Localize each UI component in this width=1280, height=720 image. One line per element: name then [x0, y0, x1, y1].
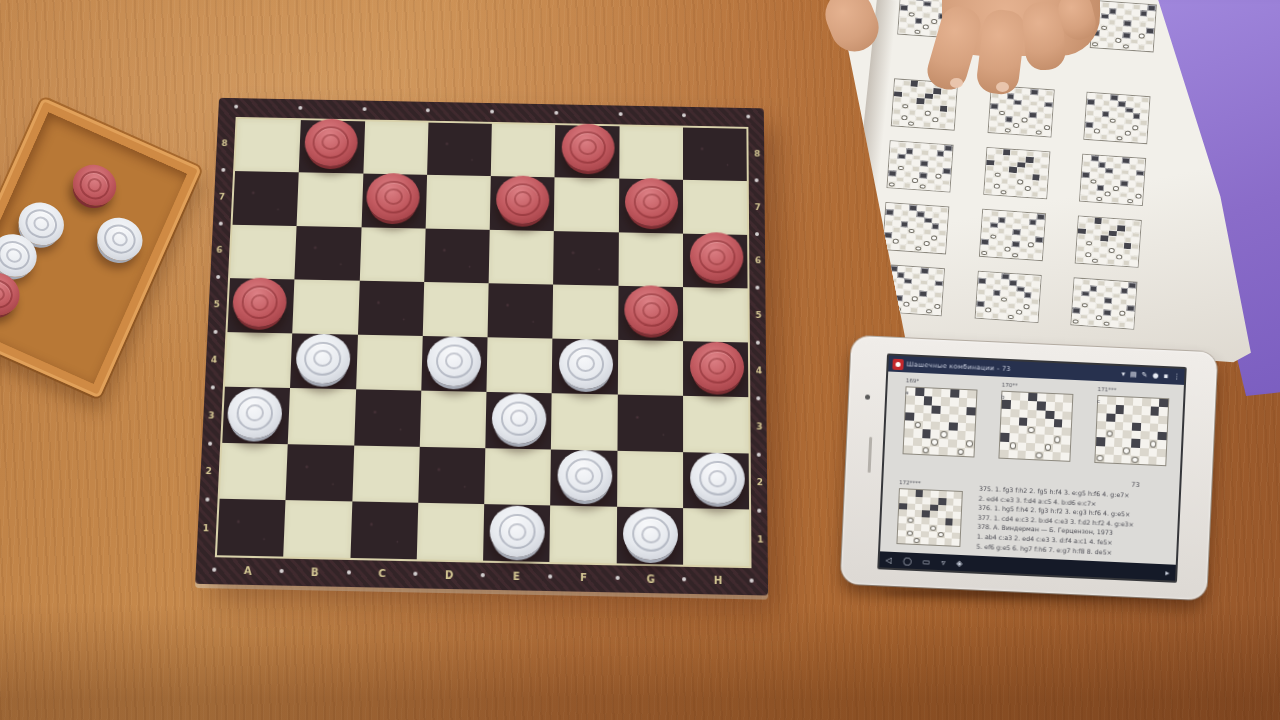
- rank-label: 8: [217, 117, 233, 170]
- rank-label: 1: [198, 500, 215, 558]
- border-pearl-dot: [346, 570, 350, 574]
- red-checker-a5: [232, 277, 288, 327]
- piece-layer: [215, 117, 752, 568]
- rank-label: 3: [203, 387, 220, 443]
- pages-icon[interactable]: ▤: [1130, 370, 1137, 378]
- mini-checkers-diagram: [983, 147, 1050, 199]
- rank-label: 7: [751, 180, 765, 234]
- nav-icons: ◁◯▭▿◈: [885, 555, 962, 567]
- file-label: C: [348, 563, 416, 585]
- rank-label: 4: [206, 332, 223, 388]
- mini-checkers-diagram: [998, 391, 1073, 462]
- rank-label: 7: [214, 170, 230, 224]
- bezel-speaker-slit: [868, 437, 873, 473]
- mini-checkers-diagram: [1070, 277, 1137, 329]
- red-checker-h6: [690, 232, 744, 282]
- checkers-app-icon[interactable]: [892, 358, 903, 369]
- rank-label: 4: [752, 343, 766, 399]
- mini-checkers-diagram: [896, 488, 962, 547]
- white-checker-b4: [295, 333, 351, 384]
- brightness-icon[interactable]: ●: [1152, 372, 1158, 380]
- rank-label: 6: [211, 223, 227, 277]
- red-checker-f8: [561, 123, 614, 171]
- red-checker-g5: [625, 285, 679, 335]
- piece-box: [0, 98, 202, 399]
- border-pearl-dot: [211, 385, 215, 389]
- file-label: D: [415, 564, 483, 586]
- mini-checkers-diagram: [886, 140, 953, 192]
- checkers-board: ABCDEFGH 87654321 87654321: [195, 98, 768, 596]
- file-label: H: [684, 570, 751, 592]
- front-camera-dot: [865, 394, 870, 399]
- mini-checkers-diagram: [1079, 154, 1146, 206]
- edit-icon[interactable]: ✎: [1141, 371, 1147, 379]
- spare-red-checker: [66, 158, 122, 212]
- white-checker-e1: [489, 505, 545, 558]
- red-checker-g7: [625, 177, 678, 226]
- red-checker-b8: [304, 118, 358, 166]
- tablet: Шашечные комбинации - 73 ▾▤✎●▪⋮ 169*a170…: [841, 336, 1218, 600]
- border-pearl-dot: [426, 108, 430, 112]
- red-checker-e7: [496, 175, 550, 224]
- tablet-screen: Шашечные комбинации - 73 ▾▤✎●▪⋮ 169*a170…: [877, 353, 1186, 582]
- child-hand: [900, 0, 1110, 130]
- menu-down-icon[interactable]: ▾: [1121, 370, 1125, 378]
- toolbar-icons: ▾▤✎●▪⋮: [1121, 370, 1180, 381]
- nav-right-icon[interactable]: ▸: [1165, 568, 1169, 577]
- fingernail: [996, 82, 1009, 92]
- mini-checkers-diagram: [1094, 395, 1169, 466]
- file-label: A: [214, 560, 282, 582]
- mini-checkers-diagram: [902, 386, 977, 457]
- app-title: Шашечные комбинации - 73: [906, 360, 1118, 378]
- mini-checkers-diagram: [975, 271, 1042, 323]
- speaker-icon[interactable]: ◈: [956, 558, 963, 567]
- border-pearl-dot: [208, 441, 212, 445]
- rank-label: 1: [753, 511, 768, 569]
- border-pearl-dot: [234, 105, 238, 109]
- red-checker-h4: [690, 341, 744, 392]
- red-checker-c7: [366, 172, 420, 221]
- rank-label: 2: [200, 443, 217, 500]
- border-pearl-dot: [755, 178, 759, 182]
- border-pearl-dot: [279, 569, 283, 573]
- mini-checkers-diagram: [882, 202, 949, 254]
- border-pearl-dot: [298, 106, 302, 110]
- page-number: 73: [1131, 481, 1140, 489]
- border-pearl-dot: [757, 452, 761, 456]
- bookmark-icon[interactable]: ▪: [1163, 372, 1168, 380]
- border-pearl-dot: [221, 168, 225, 172]
- white-checker-h2: [690, 453, 745, 505]
- border-pearl-dot: [618, 112, 622, 116]
- border-pearl-dot: [548, 574, 552, 578]
- border-pearl-dot: [756, 396, 760, 400]
- file-label: F: [550, 567, 617, 589]
- volume-down-icon[interactable]: ▿: [941, 558, 945, 567]
- rank-labels-right: 87654321: [750, 127, 768, 569]
- border-pearl-dot: [756, 341, 760, 345]
- rank-label: 6: [751, 234, 765, 288]
- rank-label: 8: [750, 127, 764, 180]
- file-label: B: [281, 562, 349, 584]
- notation-text: 375. 1. fg3 f:h2 2. fg5 h:f4 3. e:g5 h:f…: [976, 484, 1173, 560]
- border-pearl-dot: [750, 578, 754, 582]
- file-label: G: [617, 569, 684, 591]
- rank-label: 5: [751, 288, 765, 343]
- white-checker-e3: [491, 393, 546, 444]
- rank-label: 5: [209, 277, 226, 332]
- border-pearl-dot: [615, 576, 619, 580]
- mini-checkers-diagram: [979, 209, 1046, 261]
- rank-label: 2: [753, 454, 768, 511]
- border-pearl-dot: [746, 115, 750, 119]
- border-pearl-dot: [490, 110, 494, 114]
- fingernail: [950, 78, 963, 88]
- border-pearl-dot: [362, 107, 366, 111]
- mini-checkers-diagram: [1075, 216, 1142, 268]
- white-checker-f4: [558, 339, 612, 390]
- recents-icon[interactable]: ▭: [923, 557, 931, 566]
- border-pearl-dot: [682, 113, 686, 117]
- home-icon[interactable]: ◯: [903, 556, 912, 565]
- white-checker-g1: [623, 508, 678, 561]
- white-checker-d4: [427, 336, 482, 387]
- border-pearl-dot: [554, 111, 558, 115]
- file-label: E: [483, 566, 551, 588]
- white-checker-a3: [226, 387, 282, 438]
- back-icon[interactable]: ◁: [885, 555, 892, 564]
- tablet-app-toolbar: Шашечные комбинации - 73 ▾▤✎●▪⋮: [888, 356, 1184, 385]
- border-pearl-dot: [481, 573, 485, 577]
- overflow-icon[interactable]: ⋮: [1173, 372, 1180, 380]
- mini-checkers-diagram: [878, 264, 945, 316]
- rank-label: 3: [752, 398, 767, 454]
- border-pearl-dot: [755, 232, 759, 236]
- white-checker-f2: [557, 450, 612, 502]
- spare-white-checker: [90, 211, 149, 268]
- border-pearl-dot: [219, 221, 223, 225]
